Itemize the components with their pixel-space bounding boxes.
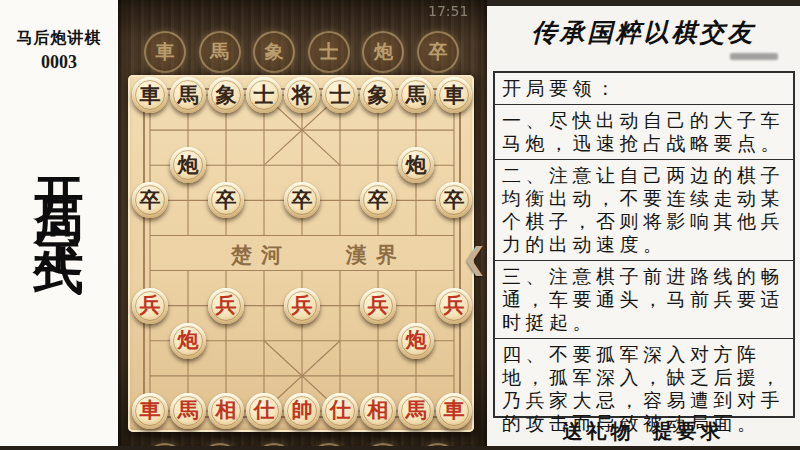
xiangqi-board[interactable]: 楚河 漢界 車馬象士将士象馬車炮炮卒卒卒卒卒兵兵兵兵兵炮炮車馬相仕帥仕相馬車 [128, 75, 474, 432]
calligraphy-title: 传承国粹以棋交友 [487, 16, 800, 49]
clock: 17:51 [428, 3, 482, 19]
ghost-piece: 卒 [417, 31, 459, 73]
piece-red[interactable]: 車 [132, 393, 168, 429]
tips-box: 开局要领： 一、尽快出动自己的大子车马炮，迅速抢占战略要点。 二、注意让自己两边… [493, 71, 795, 418]
piece-red[interactable]: 兵 [436, 288, 472, 324]
vertical-title: 开局定式 [29, 138, 89, 226]
piece-black[interactable]: 士 [322, 77, 358, 113]
screenshot-root: 马后炮讲棋 0003 开局定式 17:51 車馬象士炮卒 楚河 漢界 車馬象士将… [0, 0, 800, 450]
piece-red[interactable]: 車 [436, 393, 472, 429]
piece-black[interactable]: 車 [132, 77, 168, 113]
tip-item-2: 二、注意让自己两边的棋子均衡出动，不要连续走动某个棋子，否则将影响其他兵力的出动… [495, 159, 793, 260]
piece-red[interactable]: 馬 [170, 393, 206, 429]
tip-item-1: 一、尽快出动自己的大子车马炮，迅速抢占战略要点。 [495, 104, 793, 159]
piece-red[interactable]: 炮 [170, 323, 206, 359]
ghost-piece: 車 [144, 31, 186, 73]
piece-black[interactable]: 炮 [170, 147, 206, 183]
footer-actions: 送礼物 提要求 [487, 418, 800, 445]
tips-header: 开局要领： [495, 73, 793, 104]
piece-red[interactable]: 兵 [208, 288, 244, 324]
left-panel: 马后炮讲棋 0003 开局定式 [0, 0, 118, 450]
river-label-right: 漢界 [346, 241, 406, 269]
video-area: 17:51 車馬象士炮卒 楚河 漢界 車馬象士将士象馬車炮炮卒卒卒卒卒兵兵兵兵兵… [118, 0, 487, 450]
piece-red[interactable]: 兵 [360, 288, 396, 324]
series-title: 马后炮讲棋 [0, 28, 118, 48]
piece-black[interactable]: 炮 [398, 147, 434, 183]
ghost-piece: 馬 [199, 31, 241, 73]
right-panel: 传承国粹以棋交友 开局要领： 一、尽快出动自己的大子车马炮，迅速抢占战略要点。 … [487, 0, 800, 450]
board-grid [128, 75, 474, 432]
collapse-arrow-icon[interactable]: ❮ [462, 242, 487, 276]
piece-black[interactable]: 将 [284, 77, 320, 113]
signature-smudge [730, 53, 778, 60]
river-label-left: 楚河 [231, 241, 291, 269]
tip-item-3: 三、注意棋子前进路线的畅通，车要通头，马前兵要适时挺起。 [495, 260, 793, 338]
bottom-edge-bar [0, 446, 800, 450]
piece-black[interactable]: 士 [246, 77, 282, 113]
piece-red[interactable]: 仕 [246, 393, 282, 429]
piece-black[interactable]: 馬 [398, 77, 434, 113]
episode-number: 0003 [0, 52, 118, 73]
piece-red[interactable]: 仕 [322, 393, 358, 429]
ghost-piece: 炮 [362, 31, 404, 73]
piece-red[interactable]: 相 [208, 393, 244, 429]
piece-red[interactable]: 相 [360, 393, 396, 429]
piece-red[interactable]: 兵 [132, 288, 168, 324]
piece-black[interactable]: 車 [436, 77, 472, 113]
ghost-piece: 士 [308, 31, 350, 73]
top-edge-bar [487, 0, 800, 6]
piece-red[interactable]: 炮 [398, 323, 434, 359]
piece-black[interactable]: 馬 [170, 77, 206, 113]
piece-red[interactable]: 兵 [284, 288, 320, 324]
piece-red[interactable]: 帥 [284, 393, 320, 429]
ghost-piece: 象 [253, 31, 295, 73]
piece-black[interactable]: 象 [208, 77, 244, 113]
piece-red[interactable]: 馬 [398, 393, 434, 429]
piece-black[interactable]: 象 [360, 77, 396, 113]
